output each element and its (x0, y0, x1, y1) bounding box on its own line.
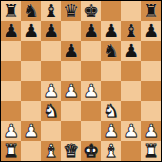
piece-black-pawn: ♟ (83, 21, 99, 41)
piece-black-knight: ♞ (23, 1, 39, 21)
piece-white-pawn: ♟ (83, 81, 99, 101)
square-e6[interactable] (81, 41, 101, 61)
square-f5[interactable] (101, 61, 121, 81)
piece-white-pawn: ♟ (23, 121, 39, 141)
square-d4[interactable]: ♟ (61, 81, 81, 101)
square-g4[interactable] (121, 81, 141, 101)
square-c8[interactable]: ♝ (41, 1, 61, 21)
square-c7[interactable]: ♟ (41, 21, 61, 41)
square-f8[interactable] (101, 1, 121, 21)
piece-black-pawn: ♟ (43, 21, 59, 41)
piece-white-pawn: ♟ (3, 121, 19, 141)
square-g3[interactable] (121, 101, 141, 121)
piece-white-queen: ♛ (63, 141, 79, 161)
square-e3[interactable] (81, 101, 101, 121)
square-a8[interactable]: ♜ (1, 1, 21, 21)
piece-black-pawn: ♟ (63, 41, 79, 61)
square-d8[interactable]: ♛ (61, 1, 81, 21)
square-e8[interactable]: ♚ (81, 1, 101, 21)
piece-black-pawn: ♟ (3, 21, 19, 41)
piece-black-queen: ♛ (63, 1, 79, 21)
piece-black-pawn: ♟ (143, 21, 159, 41)
square-f3[interactable]: ♞ (101, 101, 121, 121)
square-a5[interactable] (1, 61, 21, 81)
square-f1[interactable]: ♝ (101, 141, 121, 161)
piece-white-king: ♚ (83, 141, 99, 161)
piece-black-king: ♚ (83, 1, 99, 21)
square-f6[interactable]: ♞ (101, 41, 121, 61)
square-e2[interactable] (81, 121, 101, 141)
piece-black-pawn: ♟ (23, 21, 39, 41)
square-g6[interactable]: ♟ (121, 41, 141, 61)
piece-white-pawn: ♟ (143, 121, 159, 141)
square-g7[interactable]: ♝ (121, 21, 141, 41)
square-e4[interactable]: ♟ (81, 81, 101, 101)
square-a1[interactable]: ♜ (1, 141, 21, 161)
square-c3[interactable]: ♞ (41, 101, 61, 121)
piece-black-rook: ♜ (3, 1, 19, 21)
square-c4[interactable]: ♟ (41, 81, 61, 101)
chess-board: ♜♞♝♛♚♜♟♟♟♟♟♝♟♟♞♟♟♟♟♞♞♟♟♟♟♟♜♝♛♚♝♜ (0, 0, 162, 162)
square-a4[interactable] (1, 81, 21, 101)
piece-white-pawn: ♟ (63, 81, 79, 101)
square-b5[interactable] (21, 61, 41, 81)
piece-black-pawn: ♟ (123, 41, 139, 61)
square-b1[interactable] (21, 141, 41, 161)
piece-white-pawn: ♟ (123, 121, 139, 141)
square-c6[interactable] (41, 41, 61, 61)
square-b2[interactable]: ♟ (21, 121, 41, 141)
piece-white-rook: ♜ (143, 141, 159, 161)
square-d5[interactable] (61, 61, 81, 81)
square-e5[interactable] (81, 61, 101, 81)
square-a6[interactable] (1, 41, 21, 61)
square-g5[interactable] (121, 61, 141, 81)
square-h6[interactable] (141, 41, 161, 61)
square-h4[interactable] (141, 81, 161, 101)
piece-black-knight: ♞ (103, 41, 119, 61)
square-h3[interactable] (141, 101, 161, 121)
square-a2[interactable]: ♟ (1, 121, 21, 141)
square-f7[interactable]: ♟ (101, 21, 121, 41)
square-h2[interactable]: ♟ (141, 121, 161, 141)
piece-white-knight: ♞ (43, 101, 59, 121)
square-b8[interactable]: ♞ (21, 1, 41, 21)
piece-white-bishop: ♝ (43, 141, 59, 161)
square-d7[interactable] (61, 21, 81, 41)
piece-black-bishop: ♝ (43, 1, 59, 21)
square-h8[interactable]: ♜ (141, 1, 161, 21)
square-g1[interactable] (121, 141, 141, 161)
piece-white-pawn: ♟ (103, 121, 119, 141)
square-h5[interactable] (141, 61, 161, 81)
piece-white-knight: ♞ (103, 101, 119, 121)
square-d2[interactable] (61, 121, 81, 141)
square-d1[interactable]: ♛ (61, 141, 81, 161)
square-g8[interactable] (121, 1, 141, 21)
square-h7[interactable]: ♟ (141, 21, 161, 41)
piece-white-rook: ♜ (3, 141, 19, 161)
square-e1[interactable]: ♚ (81, 141, 101, 161)
chess-board-screenshot: ♜♞♝♛♚♜♟♟♟♟♟♝♟♟♞♟♟♟♟♞♞♟♟♟♟♟♜♝♛♚♝♜ (0, 0, 162, 162)
square-f4[interactable] (101, 81, 121, 101)
square-f2[interactable]: ♟ (101, 121, 121, 141)
piece-black-bishop: ♝ (123, 21, 139, 41)
square-e7[interactable]: ♟ (81, 21, 101, 41)
square-h1[interactable]: ♜ (141, 141, 161, 161)
square-b6[interactable] (21, 41, 41, 61)
square-d6[interactable]: ♟ (61, 41, 81, 61)
square-d3[interactable] (61, 101, 81, 121)
square-c2[interactable] (41, 121, 61, 141)
square-b3[interactable] (21, 101, 41, 121)
square-a3[interactable] (1, 101, 21, 121)
square-c5[interactable] (41, 61, 61, 81)
square-b7[interactable]: ♟ (21, 21, 41, 41)
piece-white-pawn: ♟ (43, 81, 59, 101)
piece-black-rook: ♜ (143, 1, 159, 21)
piece-white-bishop: ♝ (103, 141, 119, 161)
piece-black-pawn: ♟ (103, 21, 119, 41)
square-b4[interactable] (21, 81, 41, 101)
square-g2[interactable]: ♟ (121, 121, 141, 141)
square-a7[interactable]: ♟ (1, 21, 21, 41)
square-c1[interactable]: ♝ (41, 141, 61, 161)
